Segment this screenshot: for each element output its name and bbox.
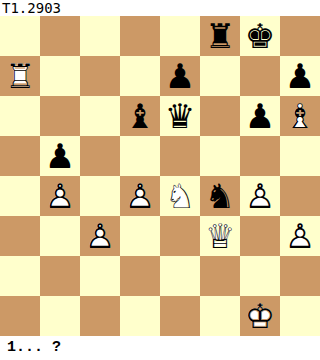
square-e2[interactable] [160, 256, 200, 296]
square-c3[interactable]: ♟♙ [80, 216, 120, 256]
square-g7[interactable] [240, 56, 280, 96]
piece-white-rook-a7[interactable]: ♜♖ [0, 56, 40, 96]
black-rook-icon: ♜ [200, 16, 240, 56]
piece-white-pawn-c3[interactable]: ♟♙ [80, 216, 120, 256]
square-g2[interactable] [240, 256, 280, 296]
white-pawn-icon: ♙ [80, 216, 120, 256]
white-pawn-icon: ♙ [40, 176, 80, 216]
square-a7[interactable]: ♜♖ [0, 56, 40, 96]
square-e5[interactable] [160, 136, 200, 176]
piece-white-pawn-b4[interactable]: ♟♙ [40, 176, 80, 216]
piece-black-pawn-e7[interactable]: ♟ [160, 56, 200, 96]
black-pawn-icon: ♟ [240, 96, 280, 136]
piece-black-bishop-d6[interactable]: ♝ [120, 96, 160, 136]
square-g1[interactable]: ♚♔ [240, 296, 280, 336]
square-a8[interactable] [0, 16, 40, 56]
square-e8[interactable] [160, 16, 200, 56]
square-g6[interactable]: ♟ [240, 96, 280, 136]
black-queen-icon: ♛ [160, 96, 200, 136]
square-h3[interactable]: ♟♙ [280, 216, 320, 256]
square-b7[interactable] [40, 56, 80, 96]
square-e6[interactable]: ♛ [160, 96, 200, 136]
square-g5[interactable] [240, 136, 280, 176]
chess-board: ♜♚♜♖♟♟♝♛♟♝♗♟♟♙♟♙♞♘♞♟♙♟♙♛♕♟♙♚♔ [0, 16, 320, 336]
square-a5[interactable] [0, 136, 40, 176]
square-d7[interactable] [120, 56, 160, 96]
square-f3[interactable]: ♛♕ [200, 216, 240, 256]
square-c8[interactable] [80, 16, 120, 56]
black-knight-icon: ♞ [200, 176, 240, 216]
white-knight-icon: ♘ [160, 176, 200, 216]
square-b1[interactable] [40, 296, 80, 336]
piece-black-pawn-g6[interactable]: ♟ [240, 96, 280, 136]
piece-black-king-g8[interactable]: ♚ [240, 16, 280, 56]
square-f7[interactable] [200, 56, 240, 96]
square-a4[interactable] [0, 176, 40, 216]
piece-black-queen-e6[interactable]: ♛ [160, 96, 200, 136]
white-king-icon: ♔ [240, 296, 280, 336]
square-f4[interactable]: ♞ [200, 176, 240, 216]
square-d2[interactable] [120, 256, 160, 296]
square-h7[interactable]: ♟ [280, 56, 320, 96]
black-bishop-icon: ♝ [120, 96, 160, 136]
black-pawn-icon: ♟ [160, 56, 200, 96]
black-pawn-icon: ♟ [280, 56, 320, 96]
square-e1[interactable] [160, 296, 200, 336]
piece-white-queen-f3[interactable]: ♛♕ [200, 216, 240, 256]
square-f5[interactable] [200, 136, 240, 176]
piece-white-king-g1[interactable]: ♚♔ [240, 296, 280, 336]
square-c2[interactable] [80, 256, 120, 296]
square-b3[interactable] [40, 216, 80, 256]
square-a6[interactable] [0, 96, 40, 136]
square-b5[interactable]: ♟ [40, 136, 80, 176]
piece-white-pawn-g4[interactable]: ♟♙ [240, 176, 280, 216]
square-a1[interactable] [0, 296, 40, 336]
square-c4[interactable] [80, 176, 120, 216]
piece-black-pawn-h7[interactable]: ♟ [280, 56, 320, 96]
puzzle-title: T1.2903 [0, 0, 320, 16]
square-h2[interactable] [280, 256, 320, 296]
square-b2[interactable] [40, 256, 80, 296]
square-g8[interactable]: ♚ [240, 16, 280, 56]
square-h8[interactable] [280, 16, 320, 56]
move-prompt: 1... ? [0, 336, 320, 360]
white-pawn-icon: ♙ [280, 216, 320, 256]
white-pawn-icon: ♙ [240, 176, 280, 216]
square-e3[interactable] [160, 216, 200, 256]
piece-white-pawn-d4[interactable]: ♟♙ [120, 176, 160, 216]
square-b8[interactable] [40, 16, 80, 56]
square-d1[interactable] [120, 296, 160, 336]
square-e7[interactable]: ♟ [160, 56, 200, 96]
square-d3[interactable] [120, 216, 160, 256]
square-f8[interactable]: ♜ [200, 16, 240, 56]
square-f1[interactable] [200, 296, 240, 336]
square-d6[interactable]: ♝ [120, 96, 160, 136]
square-h5[interactable] [280, 136, 320, 176]
square-h1[interactable] [280, 296, 320, 336]
white-queen-icon: ♕ [200, 216, 240, 256]
square-a2[interactable] [0, 256, 40, 296]
square-d5[interactable] [120, 136, 160, 176]
piece-black-pawn-b5[interactable]: ♟ [40, 136, 80, 176]
square-h4[interactable] [280, 176, 320, 216]
piece-black-rook-f8[interactable]: ♜ [200, 16, 240, 56]
black-pawn-icon: ♟ [40, 136, 80, 176]
square-f6[interactable] [200, 96, 240, 136]
square-d8[interactable] [120, 16, 160, 56]
square-f2[interactable] [200, 256, 240, 296]
square-d4[interactable]: ♟♙ [120, 176, 160, 216]
white-pawn-icon: ♙ [120, 176, 160, 216]
square-c5[interactable] [80, 136, 120, 176]
piece-white-pawn-h3[interactable]: ♟♙ [280, 216, 320, 256]
square-c6[interactable] [80, 96, 120, 136]
square-h6[interactable]: ♝♗ [280, 96, 320, 136]
square-g3[interactable] [240, 216, 280, 256]
white-bishop-icon: ♗ [280, 96, 320, 136]
chess-puzzle-app: T1.2903 ♜♚♜♖♟♟♝♛♟♝♗♟♟♙♟♙♞♘♞♟♙♟♙♛♕♟♙♚♔ 1.… [0, 0, 320, 360]
square-b4[interactable]: ♟♙ [40, 176, 80, 216]
white-rook-icon: ♖ [0, 56, 40, 96]
square-e4[interactable]: ♞♘ [160, 176, 200, 216]
piece-white-bishop-h6[interactable]: ♝♗ [280, 96, 320, 136]
square-c1[interactable] [80, 296, 120, 336]
square-b6[interactable] [40, 96, 80, 136]
square-a3[interactable] [0, 216, 40, 256]
black-king-icon: ♚ [240, 16, 280, 56]
piece-black-knight-f4[interactable]: ♞ [200, 176, 240, 216]
square-g4[interactable]: ♟♙ [240, 176, 280, 216]
piece-white-knight-e4[interactable]: ♞♘ [160, 176, 200, 216]
square-c7[interactable] [80, 56, 120, 96]
